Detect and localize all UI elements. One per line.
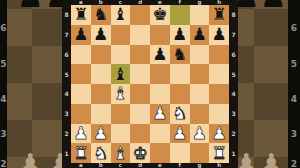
square-a3[interactable] xyxy=(71,104,91,124)
background-rank-label: 6 xyxy=(288,23,300,33)
square-a6[interactable] xyxy=(71,45,91,65)
square-a7[interactable]: ♟ xyxy=(71,25,91,45)
background-left-coordinate-strip: 65432 xyxy=(0,0,7,168)
square-d5[interactable] xyxy=(130,64,150,84)
piece-white-pawn[interactable]: ♟ xyxy=(192,125,207,142)
square-h3[interactable] xyxy=(209,104,229,124)
square-e4[interactable] xyxy=(150,84,170,104)
piece-white-pawn[interactable]: ♟ xyxy=(152,105,167,122)
square-g3[interactable] xyxy=(190,104,210,124)
background-right-coordinate-strip: 65432 xyxy=(288,0,300,168)
square-b6[interactable] xyxy=(91,45,111,65)
square-g6[interactable] xyxy=(190,45,210,65)
square-b7[interactable]: ♟ xyxy=(91,25,111,45)
file-label: f xyxy=(170,163,190,168)
rank-label: 2 xyxy=(229,124,238,144)
rank-label: 5 xyxy=(62,64,71,84)
rank-labels-right: 87654321 xyxy=(229,5,238,163)
file-labels-bottom: abcdefgh xyxy=(62,163,238,168)
rank-label: 7 xyxy=(62,25,71,45)
square-e6[interactable]: ♟ xyxy=(150,45,170,65)
rank-label: 3 xyxy=(62,104,71,124)
screenshot-root: 65432 65432 ♟♟♟♟♟♟♟♟ abcdefgh 87654321 ♜… xyxy=(0,0,300,168)
square-g1[interactable] xyxy=(190,143,210,163)
square-e8[interactable]: ♚ xyxy=(150,5,170,25)
square-h8[interactable]: ♜ xyxy=(209,5,229,25)
file-label: e xyxy=(150,163,170,168)
board-grid: ♜♞♝♚♜♟♟♟♟♟♟♞♝♝♟♞♟♟♟♟♟♜♞♝♚♜ xyxy=(71,5,229,163)
square-f7[interactable]: ♟ xyxy=(170,25,190,45)
square-c1[interactable]: ♝ xyxy=(111,143,131,163)
square-e2[interactable] xyxy=(150,124,170,144)
square-h6[interactable] xyxy=(209,45,229,65)
square-a5[interactable] xyxy=(71,64,91,84)
square-b3[interactable] xyxy=(91,104,111,124)
piece-white-pawn[interactable]: ♟ xyxy=(73,125,88,142)
piece-black-knight[interactable]: ♞ xyxy=(172,46,187,63)
square-b4[interactable] xyxy=(91,84,111,104)
square-c4[interactable]: ♝ xyxy=(111,84,131,104)
square-d8[interactable] xyxy=(130,5,150,25)
square-b5[interactable] xyxy=(91,64,111,84)
square-h1[interactable]: ♜ xyxy=(209,143,229,163)
piece-black-rook[interactable]: ♜ xyxy=(73,6,88,23)
piece-white-knight[interactable]: ♞ xyxy=(93,145,108,162)
piece-black-knight[interactable]: ♞ xyxy=(93,6,108,23)
piece-black-pawn[interactable]: ♟ xyxy=(172,26,187,43)
background-pawn-icon: ♟ xyxy=(258,150,285,168)
piece-black-pawn[interactable]: ♟ xyxy=(73,26,88,43)
file-label: b xyxy=(91,163,111,168)
piece-black-king[interactable]: ♚ xyxy=(152,6,167,23)
square-c3[interactable] xyxy=(111,104,131,124)
square-h5[interactable] xyxy=(209,64,229,84)
rank-label: 1 xyxy=(62,143,71,163)
piece-white-rook[interactable]: ♜ xyxy=(73,145,88,162)
square-f6[interactable]: ♞ xyxy=(170,45,190,65)
square-g5[interactable] xyxy=(190,64,210,84)
rank-label: 6 xyxy=(62,45,71,65)
chess-board: abcdefgh 87654321 ♜♞♝♚♜♟♟♟♟♟♟♞♝♝♟♞♟♟♟♟♟♜… xyxy=(62,0,238,168)
rank-label: 7 xyxy=(229,25,238,45)
piece-black-pawn[interactable]: ♟ xyxy=(212,26,227,43)
square-h4[interactable] xyxy=(209,84,229,104)
piece-white-knight[interactable]: ♞ xyxy=(172,105,187,122)
piece-black-bishop[interactable]: ♝ xyxy=(113,66,128,83)
rank-label: 1 xyxy=(229,143,238,163)
square-d1[interactable]: ♚ xyxy=(130,143,150,163)
background-rank-label: 5 xyxy=(0,59,7,69)
background-rank-label: 2 xyxy=(0,159,7,168)
square-a1[interactable]: ♜ xyxy=(71,143,91,163)
square-c2[interactable] xyxy=(111,124,131,144)
square-b1[interactable]: ♞ xyxy=(91,143,111,163)
square-e5[interactable] xyxy=(150,64,170,84)
square-g2[interactable]: ♟ xyxy=(190,124,210,144)
square-b2[interactable]: ♟ xyxy=(91,124,111,144)
square-h2[interactable]: ♟ xyxy=(209,124,229,144)
square-c7[interactable] xyxy=(111,25,131,45)
square-f2[interactable]: ♟ xyxy=(170,124,190,144)
rank-label: 8 xyxy=(229,5,238,25)
square-c8[interactable]: ♝ xyxy=(111,5,131,25)
file-label: h xyxy=(209,163,229,168)
rank-label: 4 xyxy=(229,84,238,104)
piece-white-king[interactable]: ♚ xyxy=(133,145,148,162)
square-a2[interactable]: ♟ xyxy=(71,124,91,144)
background-rank-label: 3 xyxy=(0,129,7,139)
square-d7[interactable] xyxy=(130,25,150,45)
square-g4[interactable] xyxy=(190,84,210,104)
square-f1[interactable] xyxy=(170,143,190,163)
square-e1[interactable] xyxy=(150,143,170,163)
rank-label: 3 xyxy=(229,104,238,124)
background-rank-label: 5 xyxy=(288,59,300,69)
background-pawn-icon: ♟ xyxy=(17,0,44,12)
square-a4[interactable] xyxy=(71,84,91,104)
square-h7[interactable]: ♟ xyxy=(209,25,229,45)
file-label: c xyxy=(111,163,131,168)
square-b8[interactable]: ♞ xyxy=(91,5,111,25)
piece-white-bishop[interactable]: ♝ xyxy=(113,85,128,102)
rank-label: 8 xyxy=(62,5,71,25)
square-d4[interactable] xyxy=(130,84,150,104)
rank-label: 2 xyxy=(62,124,71,144)
background-pawn-icon: ♟ xyxy=(260,0,287,12)
square-f8[interactable] xyxy=(170,5,190,25)
rank-label: 5 xyxy=(229,64,238,84)
square-e7[interactable] xyxy=(150,25,170,45)
square-d2[interactable] xyxy=(130,124,150,144)
background-rank-label: 3 xyxy=(288,129,300,139)
background-rank-label: 2 xyxy=(288,159,300,168)
square-d3[interactable] xyxy=(130,104,150,124)
piece-black-bishop[interactable]: ♝ xyxy=(113,6,128,23)
piece-black-rook[interactable]: ♜ xyxy=(212,6,227,23)
background-rank-label: 4 xyxy=(0,94,7,104)
file-label: d xyxy=(130,163,150,168)
file-label: g xyxy=(190,163,210,168)
square-g8[interactable] xyxy=(190,5,210,25)
piece-white-pawn[interactable]: ♟ xyxy=(212,125,227,142)
piece-white-pawn[interactable]: ♟ xyxy=(93,125,108,142)
rank-labels-left: 87654321 xyxy=(62,5,71,163)
file-label: a xyxy=(71,163,91,168)
piece-white-rook[interactable]: ♜ xyxy=(212,145,227,162)
square-g7[interactable]: ♟ xyxy=(190,25,210,45)
square-c5[interactable]: ♝ xyxy=(111,64,131,84)
rank-label: 6 xyxy=(229,45,238,65)
square-d6[interactable] xyxy=(130,45,150,65)
square-f4[interactable] xyxy=(170,84,190,104)
square-e3[interactable]: ♟ xyxy=(150,104,170,124)
background-rank-label: 6 xyxy=(0,23,7,33)
piece-white-pawn[interactable]: ♟ xyxy=(172,125,187,142)
square-c6[interactable] xyxy=(111,45,131,65)
background-rank-label: 4 xyxy=(288,94,300,104)
piece-black-pawn[interactable]: ♟ xyxy=(192,26,207,43)
rank-label: 4 xyxy=(62,84,71,104)
piece-black-pawn[interactable]: ♟ xyxy=(152,46,167,63)
square-f3[interactable]: ♞ xyxy=(170,104,190,124)
piece-white-bishop[interactable]: ♝ xyxy=(113,145,128,162)
square-a8[interactable]: ♜ xyxy=(71,5,91,25)
background-pawn-icon: ♟ xyxy=(17,150,44,168)
piece-black-pawn[interactable]: ♟ xyxy=(93,26,108,43)
square-f5[interactable] xyxy=(170,64,190,84)
